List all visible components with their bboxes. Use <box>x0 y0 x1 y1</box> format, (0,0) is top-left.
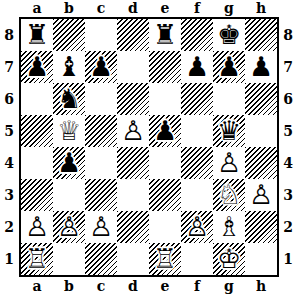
rank-label-1: 1 <box>0 243 18 275</box>
chess-board: ♜♜♚♟♝♟♟♟♟♞♕♙♟♛♟♙♘♙♙♙♙♙♗♖♖♔ <box>19 17 279 277</box>
square-a6[interactable] <box>21 83 53 115</box>
square-f7[interactable]: ♟ <box>181 51 213 83</box>
file-label-f: f <box>181 278 213 294</box>
rank-label-6: 6 <box>0 83 18 115</box>
square-h7[interactable]: ♟ <box>245 51 277 83</box>
square-h8[interactable] <box>245 19 277 51</box>
file-label-e: e <box>149 0 181 16</box>
chess-diagram: abcdefgh 87654321 ♜♜♚♟♝♟♟♟♟♞♕♙♟♛♟♙♘♙♙♙♙♙… <box>0 0 294 295</box>
white-pawn-c2[interactable]: ♙ <box>85 211 117 243</box>
square-e1[interactable]: ♖ <box>149 243 181 275</box>
square-e4[interactable] <box>149 147 181 179</box>
file-label-b: b <box>53 0 85 16</box>
white-bishop-g2[interactable]: ♗ <box>213 211 245 243</box>
square-d8[interactable] <box>117 19 149 51</box>
square-h4[interactable] <box>245 147 277 179</box>
black-pawn-b4[interactable]: ♟ <box>53 147 85 179</box>
white-king-g1[interactable]: ♔ <box>213 243 245 275</box>
black-bishop-b7[interactable]: ♝ <box>53 51 85 83</box>
square-d1[interactable] <box>117 243 149 275</box>
square-h6[interactable] <box>245 83 277 115</box>
square-h3[interactable]: ♙ <box>245 179 277 211</box>
square-c6[interactable] <box>85 83 117 115</box>
file-labels-bottom: abcdefgh <box>21 278 277 294</box>
square-e5[interactable]: ♟ <box>149 115 181 147</box>
rank-label-4: 4 <box>279 147 294 179</box>
square-d2[interactable] <box>117 211 149 243</box>
square-h1[interactable] <box>245 243 277 275</box>
square-d5[interactable]: ♙ <box>117 115 149 147</box>
square-a3[interactable] <box>21 179 53 211</box>
rank-label-7: 7 <box>0 51 18 83</box>
file-label-a: a <box>21 278 53 294</box>
square-g5[interactable]: ♛ <box>213 115 245 147</box>
square-b2[interactable]: ♙ <box>53 211 85 243</box>
square-e3[interactable] <box>149 179 181 211</box>
rank-label-1: 1 <box>279 243 294 275</box>
square-b5[interactable]: ♕ <box>53 115 85 147</box>
square-c2[interactable]: ♙ <box>85 211 117 243</box>
square-g4[interactable]: ♙ <box>213 147 245 179</box>
black-knight-b6[interactable]: ♞ <box>53 83 85 115</box>
rank-labels-left: 87654321 <box>0 19 18 275</box>
white-rook-e1[interactable]: ♖ <box>149 243 181 275</box>
square-b6[interactable]: ♞ <box>53 83 85 115</box>
file-label-b: b <box>53 278 85 294</box>
file-labels-top: abcdefgh <box>21 0 277 16</box>
square-f6[interactable] <box>181 83 213 115</box>
black-pawn-g7[interactable]: ♟ <box>213 51 245 83</box>
rank-label-3: 3 <box>0 179 18 211</box>
square-c3[interactable] <box>85 179 117 211</box>
square-d3[interactable] <box>117 179 149 211</box>
white-pawn-d5[interactable]: ♙ <box>117 115 149 147</box>
square-e8[interactable]: ♜ <box>149 19 181 51</box>
black-king-g8[interactable]: ♚ <box>213 19 245 51</box>
square-b8[interactable] <box>53 19 85 51</box>
file-label-d: d <box>117 278 149 294</box>
square-g1[interactable]: ♔ <box>213 243 245 275</box>
square-d4[interactable] <box>117 147 149 179</box>
square-g8[interactable]: ♚ <box>213 19 245 51</box>
square-e7[interactable] <box>149 51 181 83</box>
square-f1[interactable] <box>181 243 213 275</box>
square-e6[interactable] <box>149 83 181 115</box>
black-rook-a8[interactable]: ♜ <box>21 19 53 51</box>
square-f3[interactable] <box>181 179 213 211</box>
square-f2[interactable]: ♙ <box>181 211 213 243</box>
rank-label-3: 3 <box>279 179 294 211</box>
rank-label-7: 7 <box>279 51 294 83</box>
square-c1[interactable] <box>85 243 117 275</box>
square-f4[interactable] <box>181 147 213 179</box>
rank-label-6: 6 <box>279 83 294 115</box>
square-a4[interactable] <box>21 147 53 179</box>
black-pawn-a7[interactable]: ♟ <box>21 51 53 83</box>
square-a8[interactable]: ♜ <box>21 19 53 51</box>
black-rook-e8[interactable]: ♜ <box>149 19 181 51</box>
square-g3[interactable]: ♘ <box>213 179 245 211</box>
black-queen-g5[interactable]: ♛ <box>213 115 245 147</box>
square-g7[interactable]: ♟ <box>213 51 245 83</box>
black-pawn-c7[interactable]: ♟ <box>85 51 117 83</box>
white-pawn-a2[interactable]: ♙ <box>21 211 53 243</box>
white-pawn-b2[interactable]: ♙ <box>53 211 85 243</box>
file-label-a: a <box>21 0 53 16</box>
square-b7[interactable]: ♝ <box>53 51 85 83</box>
black-pawn-h7[interactable]: ♟ <box>245 51 277 83</box>
file-label-d: d <box>117 0 149 16</box>
white-pawn-g4[interactable]: ♙ <box>213 147 245 179</box>
square-h5[interactable] <box>245 115 277 147</box>
rank-label-4: 4 <box>0 147 18 179</box>
file-label-g: g <box>213 0 245 16</box>
rank-label-5: 5 <box>279 115 294 147</box>
file-label-h: h <box>245 0 277 16</box>
black-pawn-f7[interactable]: ♟ <box>181 51 213 83</box>
black-pawn-e5[interactable]: ♟ <box>149 115 181 147</box>
white-pawn-h3[interactable]: ♙ <box>245 179 277 211</box>
square-c4[interactable] <box>85 147 117 179</box>
white-pawn-f2[interactable]: ♙ <box>181 211 213 243</box>
square-g6[interactable] <box>213 83 245 115</box>
square-b3[interactable] <box>53 179 85 211</box>
square-a1[interactable]: ♖ <box>21 243 53 275</box>
square-b4[interactable]: ♟ <box>53 147 85 179</box>
square-a7[interactable]: ♟ <box>21 51 53 83</box>
square-e2[interactable] <box>149 211 181 243</box>
file-label-c: c <box>85 0 117 16</box>
rank-label-5: 5 <box>0 115 18 147</box>
square-f8[interactable] <box>181 19 213 51</box>
file-label-e: e <box>149 278 181 294</box>
rank-label-8: 8 <box>0 19 18 51</box>
white-rook-a1[interactable]: ♖ <box>21 243 53 275</box>
white-knight-g3[interactable]: ♘ <box>213 179 245 211</box>
square-a2[interactable]: ♙ <box>21 211 53 243</box>
square-b1[interactable] <box>53 243 85 275</box>
file-label-g: g <box>213 278 245 294</box>
square-c8[interactable] <box>85 19 117 51</box>
square-f5[interactable] <box>181 115 213 147</box>
square-d6[interactable] <box>117 83 149 115</box>
square-c5[interactable] <box>85 115 117 147</box>
square-g2[interactable]: ♗ <box>213 211 245 243</box>
rank-label-8: 8 <box>279 19 294 51</box>
white-queen-b5[interactable]: ♕ <box>53 115 85 147</box>
square-c7[interactable]: ♟ <box>85 51 117 83</box>
file-label-c: c <box>85 278 117 294</box>
square-a5[interactable] <box>21 115 53 147</box>
rank-labels-right: 87654321 <box>279 19 294 275</box>
file-label-f: f <box>181 0 213 16</box>
square-h2[interactable] <box>245 211 277 243</box>
square-d7[interactable] <box>117 51 149 83</box>
file-label-h: h <box>245 278 277 294</box>
rank-label-2: 2 <box>0 211 18 243</box>
rank-label-2: 2 <box>279 211 294 243</box>
